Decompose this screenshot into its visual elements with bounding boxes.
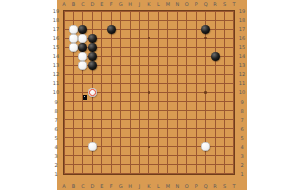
row-label-right: 12 xyxy=(237,71,247,77)
column-label-top: M xyxy=(164,1,172,7)
column-label-bottom: O xyxy=(183,183,191,189)
row-label-left: 8 xyxy=(51,108,61,114)
stone-black-C15 xyxy=(78,43,87,52)
stone-black-R14 xyxy=(211,52,220,61)
column-label-bottom: D xyxy=(88,183,96,189)
star-point xyxy=(148,91,150,93)
column-label-bottom: T xyxy=(230,183,238,189)
star-point xyxy=(204,91,206,93)
stone-black-F17 xyxy=(107,25,116,34)
row-label-left: 18 xyxy=(51,17,61,23)
stone-white-C13 xyxy=(78,61,87,70)
row-label-right: 1 xyxy=(237,171,247,177)
row-label-left: 1 xyxy=(51,171,61,177)
stone-white-B15 xyxy=(69,43,78,52)
row-label-left: 7 xyxy=(51,117,61,123)
column-label-bottom: S xyxy=(221,183,229,189)
column-label-bottom: B xyxy=(69,183,77,189)
column-label-top: S xyxy=(221,1,229,7)
stone-black-D16 xyxy=(88,34,97,43)
row-label-right: 6 xyxy=(237,126,247,132)
row-label-left: 12 xyxy=(51,71,61,77)
column-label-bottom: K xyxy=(145,183,153,189)
row-label-right: 19 xyxy=(237,8,247,14)
row-label-right: 18 xyxy=(237,17,247,23)
column-label-bottom: E xyxy=(98,183,106,189)
column-label-top: K xyxy=(145,1,153,7)
row-label-left: 16 xyxy=(51,35,61,41)
stone-white-D4 xyxy=(88,142,97,151)
column-label-bottom: G xyxy=(117,183,125,189)
column-label-bottom: L xyxy=(154,183,162,189)
stone-black-Q17 xyxy=(201,25,210,34)
column-label-top: R xyxy=(211,1,219,7)
column-label-bottom: Q xyxy=(202,183,210,189)
column-label-top: L xyxy=(154,1,162,7)
row-label-left: 15 xyxy=(51,44,61,50)
page-background: { "game": "go", "board_size": 19, "colum… xyxy=(0,0,304,190)
row-label-left: 3 xyxy=(51,153,61,159)
cursor-marker xyxy=(83,95,87,100)
column-label-top: F xyxy=(107,1,115,7)
column-label-bottom: M xyxy=(164,183,172,189)
column-label-top: H xyxy=(126,1,134,7)
column-label-bottom: H xyxy=(126,183,134,189)
column-label-top: C xyxy=(79,1,87,7)
column-label-top: P xyxy=(192,1,200,7)
stone-white-C16 xyxy=(78,34,87,43)
row-label-right: 3 xyxy=(237,153,247,159)
row-label-left: 5 xyxy=(51,135,61,141)
row-label-right: 13 xyxy=(237,62,247,68)
column-label-top: J xyxy=(136,1,144,7)
row-label-right: 2 xyxy=(237,162,247,168)
cursor-marker-dot xyxy=(84,96,85,97)
column-label-top: Q xyxy=(202,1,210,7)
column-label-bottom: J xyxy=(136,183,144,189)
row-label-left: 4 xyxy=(51,144,61,150)
column-label-top: G xyxy=(117,1,125,7)
row-label-left: 19 xyxy=(51,8,61,14)
column-label-bottom: A xyxy=(60,183,68,189)
row-label-left: 9 xyxy=(51,99,61,105)
row-label-right: 14 xyxy=(237,53,247,59)
column-label-top: T xyxy=(230,1,238,7)
row-label-left: 17 xyxy=(51,26,61,32)
row-label-left: 11 xyxy=(51,80,61,86)
column-label-top: A xyxy=(60,1,68,7)
column-label-top: B xyxy=(69,1,77,7)
stone-white-C14 xyxy=(78,52,87,61)
row-label-left: 10 xyxy=(51,89,61,95)
stone-black-D13 xyxy=(88,61,97,70)
column-label-bottom: N xyxy=(173,183,181,189)
last-move-marker xyxy=(89,89,95,95)
column-label-top: N xyxy=(173,1,181,7)
row-label-right: 9 xyxy=(237,99,247,105)
stone-white-B16 xyxy=(69,34,78,43)
go-board[interactable]: AABBCCDDEEFFGGHHJJKKLLMMNNOOPPQQRRSSTT19… xyxy=(57,0,247,190)
column-label-bottom: R xyxy=(211,183,219,189)
row-label-left: 2 xyxy=(51,162,61,168)
row-label-right: 17 xyxy=(237,26,247,32)
row-label-left: 13 xyxy=(51,62,61,68)
row-label-right: 8 xyxy=(237,108,247,114)
column-label-top: D xyxy=(88,1,96,7)
row-label-right: 16 xyxy=(237,35,247,41)
column-label-top: O xyxy=(183,1,191,7)
row-label-right: 11 xyxy=(237,80,247,86)
row-label-left: 14 xyxy=(51,53,61,59)
stone-black-C17 xyxy=(78,25,87,34)
stone-black-D15 xyxy=(88,43,97,52)
column-label-bottom: F xyxy=(107,183,115,189)
row-label-right: 5 xyxy=(237,135,247,141)
stone-white-B17 xyxy=(69,25,78,34)
row-label-right: 7 xyxy=(237,117,247,123)
row-label-right: 4 xyxy=(237,144,247,150)
row-label-left: 6 xyxy=(51,126,61,132)
row-label-right: 10 xyxy=(237,89,247,95)
column-label-bottom: P xyxy=(192,183,200,189)
row-label-right: 15 xyxy=(237,44,247,50)
column-label-bottom: C xyxy=(79,183,87,189)
column-label-top: E xyxy=(98,1,106,7)
stone-black-D14 xyxy=(88,52,97,61)
